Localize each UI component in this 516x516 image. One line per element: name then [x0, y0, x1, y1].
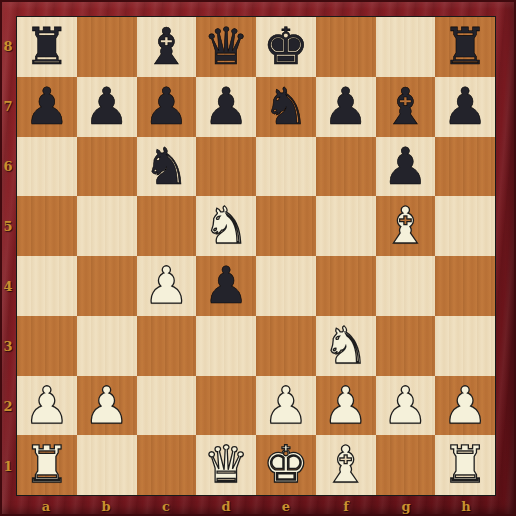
square-c1[interactable] [137, 435, 197, 495]
square-c7[interactable]: ♟ [137, 77, 197, 137]
square-b4[interactable] [77, 256, 137, 316]
square-e4[interactable] [256, 256, 316, 316]
square-a7[interactable]: ♟ [17, 77, 77, 137]
piece-white-knight[interactable]: ♞ [316, 316, 376, 376]
square-b2[interactable]: ♟ [77, 376, 137, 436]
square-f5[interactable] [316, 196, 376, 256]
square-h1[interactable]: ♜ [435, 435, 495, 495]
file-label-b: b [76, 497, 136, 516]
board-frame: 87654321 ♜♝♛♚♜♟♟♟♟♞♟♝♟♞♟♞♝♟♟♞♟♟♟♟♟♟♜♛♚♝♜… [0, 0, 516, 516]
rank-labels: 87654321 [0, 16, 16, 496]
square-a2[interactable]: ♟ [17, 376, 77, 436]
square-h8[interactable]: ♜ [435, 17, 495, 77]
piece-white-pawn[interactable]: ♟ [137, 256, 197, 316]
square-c4[interactable]: ♟ [137, 256, 197, 316]
square-e1[interactable]: ♚ [256, 435, 316, 495]
square-f6[interactable] [316, 137, 376, 197]
file-labels: abcdefgh [16, 497, 496, 516]
piece-black-knight[interactable]: ♞ [256, 77, 316, 137]
square-c2[interactable] [137, 376, 197, 436]
piece-black-pawn[interactable]: ♟ [376, 137, 436, 197]
rank-label-8: 8 [0, 16, 16, 76]
square-a3[interactable] [17, 316, 77, 376]
file-label-f: f [316, 497, 376, 516]
file-label-a: a [16, 497, 76, 516]
piece-black-rook[interactable]: ♜ [435, 17, 495, 77]
square-e2[interactable]: ♟ [256, 376, 316, 436]
piece-black-king[interactable]: ♚ [256, 17, 316, 77]
square-c5[interactable] [137, 196, 197, 256]
piece-black-pawn[interactable]: ♟ [316, 77, 376, 137]
rank-label-7: 7 [0, 76, 16, 136]
square-g1[interactable] [376, 435, 436, 495]
square-g2[interactable]: ♟ [376, 376, 436, 436]
square-a4[interactable] [17, 256, 77, 316]
square-f3[interactable]: ♞ [316, 316, 376, 376]
piece-white-pawn[interactable]: ♟ [435, 376, 495, 436]
square-e8[interactable]: ♚ [256, 17, 316, 77]
piece-white-pawn[interactable]: ♟ [316, 376, 376, 436]
square-h3[interactable] [435, 316, 495, 376]
square-b8[interactable] [77, 17, 137, 77]
piece-black-rook[interactable]: ♜ [17, 17, 77, 77]
square-g4[interactable] [376, 256, 436, 316]
piece-black-queen[interactable]: ♛ [196, 17, 256, 77]
square-d8[interactable]: ♛ [196, 17, 256, 77]
piece-white-rook[interactable]: ♜ [435, 435, 495, 495]
rank-label-5: 5 [0, 196, 16, 256]
square-d6[interactable] [196, 137, 256, 197]
square-f7[interactable]: ♟ [316, 77, 376, 137]
square-b3[interactable] [77, 316, 137, 376]
file-label-e: e [256, 497, 316, 516]
piece-white-pawn[interactable]: ♟ [376, 376, 436, 436]
square-h4[interactable] [435, 256, 495, 316]
square-g8[interactable] [376, 17, 436, 77]
square-h6[interactable] [435, 137, 495, 197]
piece-black-pawn[interactable]: ♟ [137, 77, 197, 137]
square-d7[interactable]: ♟ [196, 77, 256, 137]
square-c8[interactable]: ♝ [137, 17, 197, 77]
piece-white-pawn[interactable]: ♟ [17, 376, 77, 436]
piece-black-bishop[interactable]: ♝ [137, 17, 197, 77]
square-a8[interactable]: ♜ [17, 17, 77, 77]
piece-black-bishop[interactable]: ♝ [376, 77, 436, 137]
square-g5[interactable]: ♝ [376, 196, 436, 256]
piece-black-pawn[interactable]: ♟ [435, 77, 495, 137]
square-h5[interactable] [435, 196, 495, 256]
piece-white-pawn[interactable]: ♟ [77, 376, 137, 436]
file-label-g: g [376, 497, 436, 516]
square-e7[interactable]: ♞ [256, 77, 316, 137]
square-e6[interactable] [256, 137, 316, 197]
piece-black-knight[interactable]: ♞ [137, 137, 197, 197]
square-b5[interactable] [77, 196, 137, 256]
square-b6[interactable] [77, 137, 137, 197]
file-label-d: d [196, 497, 256, 516]
square-a6[interactable] [17, 137, 77, 197]
piece-white-bishop[interactable]: ♝ [376, 196, 436, 256]
piece-black-pawn[interactable]: ♟ [77, 77, 137, 137]
square-f1[interactable]: ♝ [316, 435, 376, 495]
rank-label-1: 1 [0, 436, 16, 496]
square-f4[interactable] [316, 256, 376, 316]
square-f8[interactable] [316, 17, 376, 77]
square-g6[interactable]: ♟ [376, 137, 436, 197]
square-d1[interactable]: ♛ [196, 435, 256, 495]
square-c6[interactable]: ♞ [137, 137, 197, 197]
piece-white-knight[interactable]: ♞ [196, 196, 256, 256]
rank-label-3: 3 [0, 316, 16, 376]
square-f2[interactable]: ♟ [316, 376, 376, 436]
square-b7[interactable]: ♟ [77, 77, 137, 137]
square-d4[interactable]: ♟ [196, 256, 256, 316]
square-a1[interactable]: ♜ [17, 435, 77, 495]
square-e5[interactable] [256, 196, 316, 256]
square-h2[interactable]: ♟ [435, 376, 495, 436]
file-label-h: h [436, 497, 496, 516]
piece-white-queen[interactable]: ♛ [196, 435, 256, 495]
square-d5[interactable]: ♞ [196, 196, 256, 256]
rank-label-2: 2 [0, 376, 16, 436]
piece-black-pawn[interactable]: ♟ [17, 77, 77, 137]
square-d3[interactable] [196, 316, 256, 376]
square-a5[interactable] [17, 196, 77, 256]
piece-white-pawn[interactable]: ♟ [256, 376, 316, 436]
square-e3[interactable] [256, 316, 316, 376]
piece-white-rook[interactable]: ♜ [17, 435, 77, 495]
piece-black-pawn[interactable]: ♟ [196, 77, 256, 137]
rank-label-6: 6 [0, 136, 16, 196]
piece-white-king[interactable]: ♚ [256, 435, 316, 495]
file-label-c: c [136, 497, 196, 516]
square-g3[interactable] [376, 316, 436, 376]
square-c3[interactable] [137, 316, 197, 376]
square-d2[interactable] [196, 376, 256, 436]
rank-label-4: 4 [0, 256, 16, 316]
square-h7[interactable]: ♟ [435, 77, 495, 137]
piece-black-pawn[interactable]: ♟ [196, 256, 256, 316]
piece-white-bishop[interactable]: ♝ [316, 435, 376, 495]
square-g7[interactable]: ♝ [376, 77, 436, 137]
chess-board: ♜♝♛♚♜♟♟♟♟♞♟♝♟♞♟♞♝♟♟♞♟♟♟♟♟♟♜♛♚♝♜ [16, 16, 496, 496]
square-b1[interactable] [77, 435, 137, 495]
